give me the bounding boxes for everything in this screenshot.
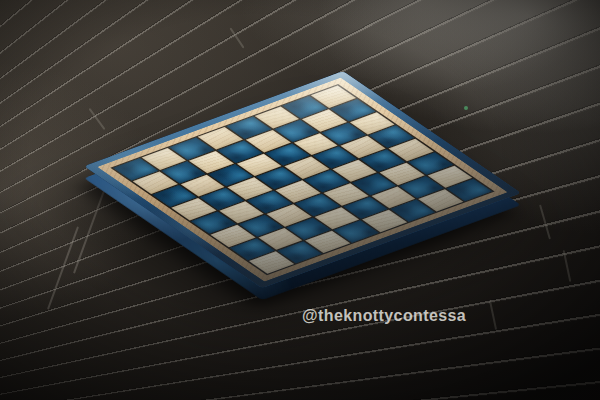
watermark-text: @theknottycontessa [302,307,466,325]
photo-scene: @theknottycontessa [0,0,600,400]
green-light-speck [464,106,468,110]
